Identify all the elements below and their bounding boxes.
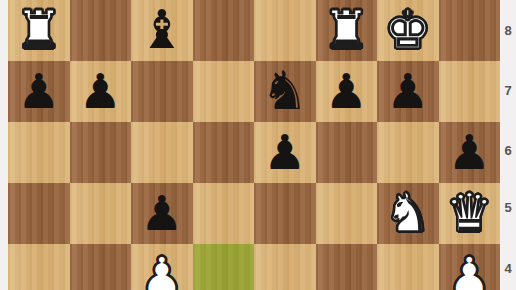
square-e5[interactable] xyxy=(254,183,316,244)
square-d6[interactable] xyxy=(193,122,255,183)
left-gutter xyxy=(0,0,8,290)
square-f4[interactable] xyxy=(316,244,378,290)
white-knight-g5[interactable]: ♞ xyxy=(384,186,432,239)
black-pawn-f7[interactable]: ♟ xyxy=(325,67,368,115)
square-f5[interactable] xyxy=(316,183,378,244)
square-c7[interactable] xyxy=(131,61,193,122)
white-rook-a8[interactable]: ♜ xyxy=(15,3,63,56)
square-h8[interactable] xyxy=(439,0,501,61)
square-e7[interactable]: ♞ xyxy=(254,61,316,122)
square-h7[interactable] xyxy=(439,61,501,122)
square-g8[interactable]: ♚ xyxy=(377,0,439,61)
square-d8[interactable] xyxy=(193,0,255,61)
square-b4[interactable] xyxy=(70,244,132,290)
square-b7[interactable]: ♟ xyxy=(70,61,132,122)
chess-app-screen: ♜♝♜♚♟♟♞♟♟♟♟♟♞♛♟♟ 87654 xyxy=(0,0,516,290)
black-bishop-c8[interactable]: ♝ xyxy=(138,3,186,56)
square-f6[interactable] xyxy=(316,122,378,183)
white-pawn-h4[interactable]: ♟ xyxy=(448,250,491,290)
square-e4[interactable] xyxy=(254,244,316,290)
square-g6[interactable] xyxy=(377,122,439,183)
square-f8[interactable]: ♜ xyxy=(316,0,378,61)
black-pawn-b7[interactable]: ♟ xyxy=(79,67,122,115)
square-a6[interactable] xyxy=(8,122,70,183)
square-d7[interactable] xyxy=(193,61,255,122)
square-a7[interactable]: ♟ xyxy=(8,61,70,122)
square-d4[interactable] xyxy=(193,244,255,290)
rank-label-7: 7 xyxy=(500,83,516,98)
square-d5[interactable] xyxy=(193,183,255,244)
black-pawn-e6[interactable]: ♟ xyxy=(263,128,306,176)
rank-labels: 87654 xyxy=(500,0,516,290)
rank-label-8: 8 xyxy=(500,23,516,38)
square-a4[interactable] xyxy=(8,244,70,290)
square-c6[interactable] xyxy=(131,122,193,183)
square-h6[interactable]: ♟ xyxy=(439,122,501,183)
white-rook-f8[interactable]: ♜ xyxy=(322,3,370,56)
square-c4[interactable]: ♟ xyxy=(131,244,193,290)
white-pawn-c4[interactable]: ♟ xyxy=(140,250,183,290)
rank-label-4: 4 xyxy=(500,261,516,276)
black-pawn-a7[interactable]: ♟ xyxy=(17,67,60,115)
square-e6[interactable]: ♟ xyxy=(254,122,316,183)
square-h5[interactable]: ♛ xyxy=(439,183,501,244)
rank-label-5: 5 xyxy=(500,200,516,215)
square-h4[interactable]: ♟ xyxy=(439,244,501,290)
black-knight-e7[interactable]: ♞ xyxy=(261,64,309,117)
white-king-g8[interactable]: ♚ xyxy=(384,3,432,56)
square-g7[interactable]: ♟ xyxy=(377,61,439,122)
square-a5[interactable] xyxy=(8,183,70,244)
white-queen-h5[interactable]: ♛ xyxy=(445,186,493,239)
square-b8[interactable] xyxy=(70,0,132,61)
black-pawn-h6[interactable]: ♟ xyxy=(448,128,491,176)
black-pawn-c5[interactable]: ♟ xyxy=(140,189,183,237)
chess-board[interactable]: ♜♝♜♚♟♟♞♟♟♟♟♟♞♛♟♟ xyxy=(8,0,500,290)
square-b6[interactable] xyxy=(70,122,132,183)
square-c5[interactable]: ♟ xyxy=(131,183,193,244)
square-e8[interactable] xyxy=(254,0,316,61)
square-c8[interactable]: ♝ xyxy=(131,0,193,61)
square-a8[interactable]: ♜ xyxy=(8,0,70,61)
square-f7[interactable]: ♟ xyxy=(316,61,378,122)
square-b5[interactable] xyxy=(70,183,132,244)
rank-label-6: 6 xyxy=(500,143,516,158)
square-g5[interactable]: ♞ xyxy=(377,183,439,244)
square-g4[interactable] xyxy=(377,244,439,290)
black-pawn-g7[interactable]: ♟ xyxy=(386,67,429,115)
